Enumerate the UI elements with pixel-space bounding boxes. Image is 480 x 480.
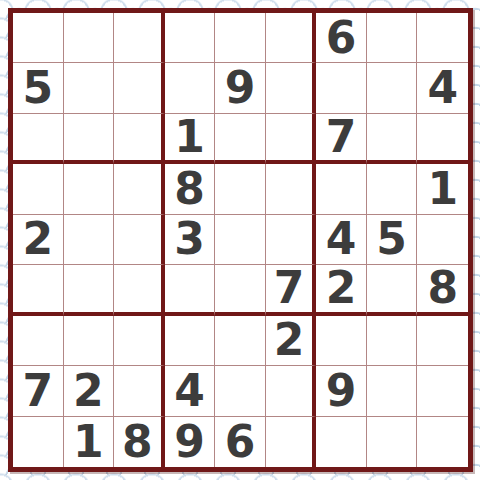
cell-r8c8[interactable] (367, 366, 418, 416)
cell-r2c1[interactable]: 5 (13, 63, 64, 113)
cell-r3c5[interactable] (215, 114, 266, 164)
cell-r5c5[interactable] (215, 215, 266, 265)
cell-r8c7[interactable]: 9 (316, 366, 367, 416)
cell-r6c7[interactable]: 2 (316, 265, 367, 315)
cell-r1c4[interactable] (165, 13, 216, 63)
cell-r4c3[interactable] (114, 164, 165, 214)
cell-r3c8[interactable] (367, 114, 418, 164)
cell-r3c2[interactable] (64, 114, 115, 164)
cell-r3c7[interactable]: 7 (316, 114, 367, 164)
cell-r4c4[interactable]: 8 (165, 164, 216, 214)
cell-r8c2[interactable]: 2 (64, 366, 115, 416)
cell-r2c5[interactable]: 9 (215, 63, 266, 113)
cell-r1c3[interactable] (114, 13, 165, 63)
cell-r7c2[interactable] (64, 316, 115, 366)
cell-r7c3[interactable] (114, 316, 165, 366)
cell-r4c9[interactable]: 1 (417, 164, 468, 214)
cell-r6c5[interactable] (215, 265, 266, 315)
cell-r5c2[interactable] (64, 215, 115, 265)
cell-r4c1[interactable] (13, 164, 64, 214)
cell-r1c8[interactable] (367, 13, 418, 63)
cell-r5c7[interactable]: 4 (316, 215, 367, 265)
cell-r1c7[interactable]: 6 (316, 13, 367, 63)
cell-r5c9[interactable] (417, 215, 468, 265)
cell-r9c6[interactable] (266, 417, 317, 467)
cell-r6c6[interactable]: 7 (266, 265, 317, 315)
cell-r6c8[interactable] (367, 265, 418, 315)
cell-r7c9[interactable] (417, 316, 468, 366)
cell-r4c6[interactable] (266, 164, 317, 214)
cell-r5c1[interactable]: 2 (13, 215, 64, 265)
cell-r7c8[interactable] (367, 316, 418, 366)
cell-r5c6[interactable] (266, 215, 317, 265)
cell-r2c9[interactable]: 4 (417, 63, 468, 113)
cell-r9c7[interactable] (316, 417, 367, 467)
cell-r6c1[interactable] (13, 265, 64, 315)
cell-r9c3[interactable]: 8 (114, 417, 165, 467)
cell-r7c6[interactable]: 2 (266, 316, 317, 366)
cell-r5c3[interactable] (114, 215, 165, 265)
cell-r4c8[interactable] (367, 164, 418, 214)
cell-r2c6[interactable] (266, 63, 317, 113)
cell-r9c1[interactable] (13, 417, 64, 467)
cell-r8c6[interactable] (266, 366, 317, 416)
cell-r2c8[interactable] (367, 63, 418, 113)
cell-r1c6[interactable] (266, 13, 317, 63)
cell-r2c4[interactable] (165, 63, 216, 113)
page-background: { "game": "sudoku", "position": "......6… (0, 0, 480, 480)
cell-r6c3[interactable] (114, 265, 165, 315)
cell-r1c9[interactable] (417, 13, 468, 63)
cell-r8c3[interactable] (114, 366, 165, 416)
cell-r2c3[interactable] (114, 63, 165, 113)
cell-r7c7[interactable] (316, 316, 367, 366)
cell-r9c9[interactable] (417, 417, 468, 467)
cell-r4c5[interactable] (215, 164, 266, 214)
cell-r3c6[interactable] (266, 114, 317, 164)
cell-r8c9[interactable] (417, 366, 468, 416)
cell-r2c7[interactable] (316, 63, 367, 113)
cell-r7c5[interactable] (215, 316, 266, 366)
cell-r1c2[interactable] (64, 13, 115, 63)
cell-r5c4[interactable]: 3 (165, 215, 216, 265)
cell-r4c7[interactable] (316, 164, 367, 214)
cell-r3c3[interactable] (114, 114, 165, 164)
cell-r8c5[interactable] (215, 366, 266, 416)
cell-r9c2[interactable]: 1 (64, 417, 115, 467)
cell-r6c9[interactable]: 8 (417, 265, 468, 315)
cell-r5c8[interactable]: 5 (367, 215, 418, 265)
cell-r3c4[interactable]: 1 (165, 114, 216, 164)
sudoku-board: 659417812345728272491896 (8, 8, 473, 472)
cell-r6c2[interactable] (64, 265, 115, 315)
cell-r4c2[interactable] (64, 164, 115, 214)
cell-r3c1[interactable] (13, 114, 64, 164)
cell-r1c5[interactable] (215, 13, 266, 63)
cell-r9c4[interactable]: 9 (165, 417, 216, 467)
cell-r7c4[interactable] (165, 316, 216, 366)
cell-r3c9[interactable] (417, 114, 468, 164)
cell-r1c1[interactable] (13, 13, 64, 63)
cell-r2c2[interactable] (64, 63, 115, 113)
cell-r9c8[interactable] (367, 417, 418, 467)
cell-r8c1[interactable]: 7 (13, 366, 64, 416)
cell-r8c4[interactable]: 4 (165, 366, 216, 416)
cell-r7c1[interactable] (13, 316, 64, 366)
cell-r6c4[interactable] (165, 265, 216, 315)
cell-r9c5[interactable]: 6 (215, 417, 266, 467)
